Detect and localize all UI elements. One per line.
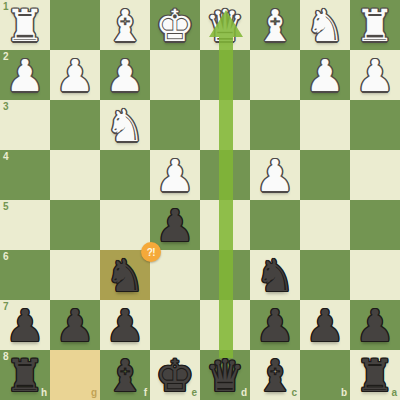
black-rook-h8[interactable]: ♜	[0, 350, 50, 400]
white-pawn-f2[interactable]: ♟	[100, 50, 150, 100]
square-f4[interactable]	[100, 150, 150, 200]
black-pawn-b7[interactable]: ♟	[300, 300, 350, 350]
square-h3[interactable]: 3	[0, 100, 50, 150]
square-e8[interactable]: e♚	[150, 350, 200, 400]
square-f7[interactable]: ♟	[100, 300, 150, 350]
square-h8[interactable]: 8h♜	[0, 350, 50, 400]
rank-label-6: 6	[3, 252, 9, 262]
square-e5[interactable]: ♟	[150, 200, 200, 250]
chess-board: 1♜♝♚♛♝♞♜2♟♟♟♟♟3♞4♟♟5♟6♞♞7♟♟♟♟♟♟8h♜gf♝e♚d…	[0, 0, 400, 400]
black-pawn-h7[interactable]: ♟	[0, 300, 50, 350]
white-bishop-f1[interactable]: ♝	[100, 0, 150, 50]
black-knight-f6[interactable]: ♞	[100, 250, 150, 300]
square-e7[interactable]	[150, 300, 200, 350]
square-f3[interactable]: ♞	[100, 100, 150, 150]
white-pawn-h2[interactable]: ♟	[0, 50, 50, 100]
square-a6[interactable]	[350, 250, 400, 300]
square-d7[interactable]	[200, 300, 250, 350]
square-h7[interactable]: 7♟	[0, 300, 50, 350]
square-g7[interactable]: ♟	[50, 300, 100, 350]
file-label-b: b	[341, 388, 347, 398]
square-f8[interactable]: f♝	[100, 350, 150, 400]
white-rook-h1[interactable]: ♜	[0, 0, 50, 50]
square-b4[interactable]	[300, 150, 350, 200]
square-g5[interactable]	[50, 200, 100, 250]
square-c6[interactable]: ♞	[250, 250, 300, 300]
square-g4[interactable]	[50, 150, 100, 200]
square-h2[interactable]: 2♟	[0, 50, 50, 100]
square-f2[interactable]: ♟	[100, 50, 150, 100]
square-a3[interactable]	[350, 100, 400, 150]
black-bishop-c8[interactable]: ♝	[250, 350, 300, 400]
white-bishop-c1[interactable]: ♝	[250, 0, 300, 50]
square-f6[interactable]: ♞	[100, 250, 150, 300]
square-b2[interactable]: ♟	[300, 50, 350, 100]
square-e6[interactable]	[150, 250, 200, 300]
square-g2[interactable]: ♟	[50, 50, 100, 100]
square-c8[interactable]: c♝	[250, 350, 300, 400]
black-king-e8[interactable]: ♚	[150, 350, 200, 400]
square-d1[interactable]: ♛	[200, 0, 250, 50]
square-g1[interactable]	[50, 0, 100, 50]
black-pawn-f7[interactable]: ♟	[100, 300, 150, 350]
square-f1[interactable]: ♝	[100, 0, 150, 50]
rank-label-4: 4	[3, 152, 9, 162]
white-knight-f3[interactable]: ♞	[100, 100, 150, 150]
square-c2[interactable]	[250, 50, 300, 100]
square-d3[interactable]	[200, 100, 250, 150]
white-king-e1[interactable]: ♚	[150, 0, 200, 50]
square-a4[interactable]	[350, 150, 400, 200]
square-b1[interactable]: ♞	[300, 0, 350, 50]
board-grid: 1♜♝♚♛♝♞♜2♟♟♟♟♟3♞4♟♟5♟6♞♞7♟♟♟♟♟♟8h♜gf♝e♚d…	[0, 0, 400, 400]
black-rook-a8[interactable]: ♜	[350, 350, 400, 400]
square-h5[interactable]: 5	[0, 200, 50, 250]
black-pawn-a7[interactable]: ♟	[350, 300, 400, 350]
square-h4[interactable]: 4	[0, 150, 50, 200]
rank-label-3: 3	[3, 102, 9, 112]
square-a1[interactable]: ♜	[350, 0, 400, 50]
white-pawn-b2[interactable]: ♟	[300, 50, 350, 100]
square-b8[interactable]: b	[300, 350, 350, 400]
square-d4[interactable]	[200, 150, 250, 200]
square-a5[interactable]	[350, 200, 400, 250]
white-queen-d1[interactable]: ♛	[200, 0, 250, 50]
black-bishop-f8[interactable]: ♝	[100, 350, 150, 400]
square-e1[interactable]: ♚	[150, 0, 200, 50]
white-pawn-e4[interactable]: ♟	[150, 150, 200, 200]
rank-label-5: 5	[3, 202, 9, 212]
square-c3[interactable]	[250, 100, 300, 150]
square-c4[interactable]: ♟	[250, 150, 300, 200]
square-f5[interactable]	[100, 200, 150, 250]
white-knight-b1[interactable]: ♞	[300, 0, 350, 50]
white-rook-a1[interactable]: ♜	[350, 0, 400, 50]
square-b3[interactable]	[300, 100, 350, 150]
black-pawn-g7[interactable]: ♟	[50, 300, 100, 350]
white-pawn-g2[interactable]: ♟	[50, 50, 100, 100]
white-pawn-a2[interactable]: ♟	[350, 50, 400, 100]
square-b6[interactable]	[300, 250, 350, 300]
white-pawn-c4[interactable]: ♟	[250, 150, 300, 200]
square-c7[interactable]: ♟	[250, 300, 300, 350]
square-c5[interactable]	[250, 200, 300, 250]
black-queen-d8[interactable]: ♛	[200, 350, 250, 400]
black-knight-c6[interactable]: ♞	[250, 250, 300, 300]
square-g8[interactable]: g	[50, 350, 100, 400]
square-b5[interactable]	[300, 200, 350, 250]
square-g6[interactable]	[50, 250, 100, 300]
square-e2[interactable]	[150, 50, 200, 100]
square-h1[interactable]: 1♜	[0, 0, 50, 50]
square-h6[interactable]: 6	[0, 250, 50, 300]
square-d8[interactable]: d♛	[200, 350, 250, 400]
square-e3[interactable]	[150, 100, 200, 150]
square-a8[interactable]: a♜	[350, 350, 400, 400]
square-d5[interactable]	[200, 200, 250, 250]
square-d2[interactable]	[200, 50, 250, 100]
black-pawn-c7[interactable]: ♟	[250, 300, 300, 350]
file-label-g: g	[91, 388, 97, 398]
square-b7[interactable]: ♟	[300, 300, 350, 350]
square-c1[interactable]: ♝	[250, 0, 300, 50]
square-e4[interactable]: ♟	[150, 150, 200, 200]
square-g3[interactable]	[50, 100, 100, 150]
square-a7[interactable]: ♟	[350, 300, 400, 350]
black-pawn-e5[interactable]: ♟	[150, 200, 200, 250]
square-a2[interactable]: ♟	[350, 50, 400, 100]
square-d6[interactable]	[200, 250, 250, 300]
